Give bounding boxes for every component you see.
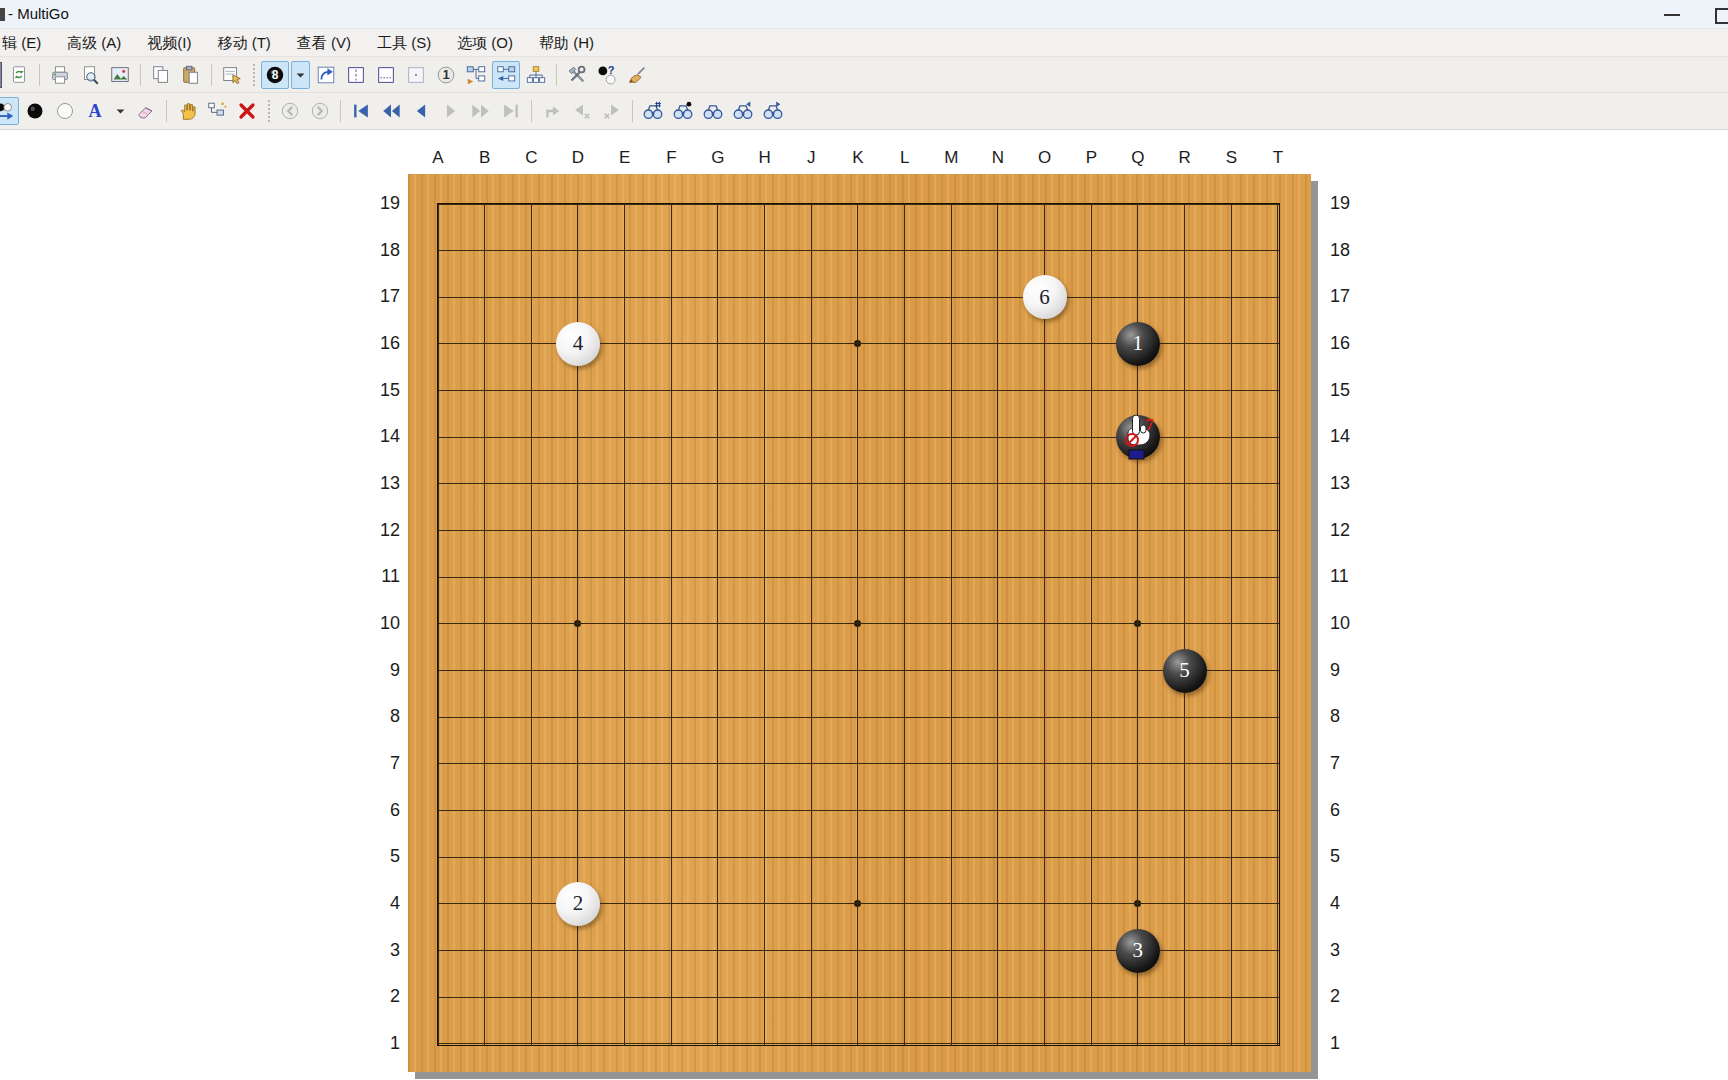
find-move-number-button[interactable]	[639, 97, 667, 125]
column-label-Q: Q	[1123, 148, 1153, 168]
grid-hline	[438, 810, 1279, 811]
label-a-button[interactable]: A	[81, 97, 109, 125]
row-label-right-6: 6	[1330, 800, 1378, 821]
nav-last-icon	[500, 100, 522, 122]
find-number-icon	[642, 100, 664, 122]
previous-variation-button[interactable]	[568, 97, 596, 125]
edit-mode-button[interactable]	[623, 61, 651, 89]
find-next-icon	[762, 100, 784, 122]
window-title: - MultiGo	[8, 5, 69, 22]
branch-up-icon	[541, 100, 563, 122]
grid-hline	[438, 857, 1279, 858]
column-label-K: K	[843, 148, 873, 168]
column-label-N: N	[983, 148, 1013, 168]
row-label-left-19: 19	[352, 193, 400, 214]
row-label-right-4: 4	[1330, 893, 1378, 914]
row-label-left-18: 18	[352, 240, 400, 261]
menu-item-4[interactable]: 查看 (V)	[284, 29, 364, 56]
find-prev-icon	[732, 100, 754, 122]
refresh-document-button[interactable]	[5, 61, 33, 89]
column-label-F: F	[656, 148, 686, 168]
row-label-right-1: 1	[1330, 1033, 1378, 1054]
column-label-T: T	[1263, 148, 1293, 168]
stone-black-5-R9: 5	[1163, 649, 1207, 693]
grid-hline	[438, 670, 1279, 671]
play-mode-icon	[0, 100, 16, 122]
column-label-B: B	[470, 148, 500, 168]
grid-hline	[438, 1043, 1279, 1044]
caret-icon	[292, 64, 309, 86]
stone-black-1-Q16: 1	[1116, 322, 1160, 366]
parent-variation-button[interactable]	[538, 97, 566, 125]
toolbar-separator	[166, 100, 167, 122]
row-label-right-3: 3	[1330, 940, 1378, 961]
row-label-right-14: 14	[1330, 426, 1378, 447]
copy-button[interactable]	[147, 61, 175, 89]
show-markers-button[interactable]	[402, 61, 430, 89]
nav-first-icon	[350, 100, 372, 122]
stone-black-7-Q14: 7	[1116, 415, 1160, 459]
row-label-left-1: 1	[352, 1033, 400, 1054]
tools-icon	[566, 64, 588, 86]
black-stone-icon	[24, 100, 46, 122]
grid-vline	[1044, 204, 1045, 1045]
next-move-button[interactable]	[437, 97, 465, 125]
print-icon	[49, 64, 71, 86]
place-white-stone-button[interactable]	[51, 97, 79, 125]
stone-white-2-D4: 2	[556, 882, 600, 926]
toolbar-separator	[632, 100, 633, 122]
row-label-right-17: 17	[1330, 286, 1378, 307]
circle-back-icon	[279, 100, 301, 122]
restore-button[interactable]	[1715, 8, 1728, 24]
game-info-button[interactable]	[218, 61, 246, 89]
tree-a-icon	[465, 64, 487, 86]
grid-vline	[1184, 204, 1185, 1045]
stone-question-icon	[596, 64, 618, 86]
hand-cursor-icon	[1119, 413, 1153, 461]
column-label-E: E	[610, 148, 640, 168]
last-move-button[interactable]	[497, 97, 525, 125]
row-label-right-19: 19	[1330, 193, 1378, 214]
guess-next-move-button[interactable]	[593, 61, 621, 89]
tools-button[interactable]	[563, 61, 591, 89]
binoculars-icon	[702, 100, 724, 122]
find-position-button[interactable]	[669, 97, 697, 125]
row-label-right-8: 8	[1330, 706, 1378, 727]
print-preview-button[interactable]	[76, 61, 104, 89]
column-label-O: O	[1030, 148, 1060, 168]
button-label: A	[82, 98, 108, 124]
column-label-G: G	[703, 148, 733, 168]
stone8-icon	[264, 64, 286, 86]
menu-bar: 辑 (E)高级 (A)视频(I)移动 (T)查看 (V)工具 (S)选项 (O)…	[0, 29, 1728, 56]
brush-icon	[626, 64, 648, 86]
alternate-move-mode-button[interactable]	[0, 97, 19, 125]
stone-white-6-O17: 6	[1023, 275, 1067, 319]
circle-fwd-icon	[309, 100, 331, 122]
box-plain-icon	[405, 64, 427, 86]
branch-prev-icon	[571, 100, 593, 122]
grid-hline	[438, 997, 1279, 998]
row-label-right-16: 16	[1330, 333, 1378, 354]
row-label-right-18: 18	[1330, 240, 1378, 261]
row-label-left-5: 5	[352, 846, 400, 867]
stone-black-3-Q3: 3	[1116, 929, 1160, 973]
toolbar-separator	[531, 100, 532, 122]
next-variation-button[interactable]	[598, 97, 626, 125]
grid-vline	[1091, 204, 1092, 1045]
nav-rew-icon	[380, 100, 402, 122]
row-label-right-7: 7	[1330, 753, 1378, 774]
column-label-H: H	[750, 148, 780, 168]
menu-item-1[interactable]: 高级 (A)	[54, 29, 134, 56]
toolbar-separator	[211, 64, 212, 86]
row-label-left-10: 10	[352, 613, 400, 634]
move-number: 5	[1179, 660, 1190, 681]
move-number: 3	[1133, 940, 1144, 961]
row-label-right-5: 5	[1330, 846, 1378, 867]
eraser-button[interactable]	[132, 97, 160, 125]
tree-b-icon	[495, 64, 517, 86]
row-label-right-2: 2	[1330, 986, 1378, 1007]
row-label-left-17: 17	[352, 286, 400, 307]
clipped-title-glyph	[0, 8, 5, 21]
column-label-L: L	[890, 148, 920, 168]
clipped-left-icon	[0, 62, 2, 88]
place-black-stone-button[interactable]	[21, 97, 49, 125]
grid-vline	[997, 204, 998, 1045]
tree-layout-button[interactable]	[522, 61, 550, 89]
number-from-one-button[interactable]: 1	[432, 61, 460, 89]
show-next-move-button[interactable]	[372, 61, 400, 89]
board-panel: 1234567 ABCDEFGHJKLMNOPQRST1919181817171…	[0, 130, 1728, 1080]
paste-icon	[180, 64, 202, 86]
row-label-left-13: 13	[352, 473, 400, 494]
find-previous-button[interactable]	[729, 97, 757, 125]
column-label-P: P	[1076, 148, 1106, 168]
minimize-button[interactable]	[1664, 14, 1680, 16]
nav-prev-icon	[410, 100, 432, 122]
grid-hline	[438, 717, 1279, 718]
row-label-right-10: 10	[1330, 613, 1378, 634]
pan-hand-button[interactable]	[173, 97, 201, 125]
grid-vline	[1231, 204, 1232, 1045]
toolbar-separator	[39, 64, 40, 86]
find-button[interactable]	[699, 97, 727, 125]
one-circle-icon	[435, 64, 457, 86]
tree-insert-node-button[interactable]	[462, 61, 490, 89]
menu-item-2[interactable]: 视频(I)	[134, 29, 204, 56]
forward-10-moves-button[interactable]	[467, 97, 495, 125]
row-label-left-12: 12	[352, 520, 400, 541]
print-button[interactable]	[46, 61, 74, 89]
find-stone-icon	[672, 100, 694, 122]
row-label-left-2: 2	[352, 986, 400, 1007]
first-move-button[interactable]	[347, 97, 375, 125]
row-label-left-6: 6	[352, 800, 400, 821]
row-label-right-12: 12	[1330, 520, 1378, 541]
export-image-button[interactable]	[106, 61, 134, 89]
back-10-moves-button[interactable]	[377, 97, 405, 125]
menu-item-6[interactable]: 选项 (O)	[444, 29, 526, 56]
jump-icon	[315, 64, 337, 86]
label-dropdown[interactable]	[111, 97, 130, 125]
show-variations-button[interactable]	[342, 61, 370, 89]
edit-navigation-toolbar: A	[0, 93, 1728, 130]
row-label-right-11: 11	[1330, 566, 1378, 587]
column-label-D: D	[563, 148, 593, 168]
hand-icon	[176, 100, 198, 122]
nav-next-icon	[440, 100, 462, 122]
delete-node-button[interactable]	[233, 97, 261, 125]
box-dot-icon	[375, 64, 397, 86]
row-label-right-15: 15	[1330, 380, 1378, 401]
grid-hline	[438, 763, 1279, 764]
branch-next-icon	[601, 100, 623, 122]
box-dash-icon	[345, 64, 367, 86]
column-label-C: C	[516, 148, 546, 168]
toolbar-separator	[556, 64, 557, 86]
caret-icon	[112, 100, 129, 122]
row-label-left-11: 11	[352, 566, 400, 587]
undo-button[interactable]	[276, 97, 304, 125]
row-label-left-9: 9	[352, 660, 400, 681]
properties-icon	[221, 64, 243, 86]
toolbar-separator	[140, 64, 141, 86]
tree-compact-button[interactable]	[492, 61, 520, 89]
menu-item-5[interactable]: 工具 (S)	[364, 29, 444, 56]
row-label-left-7: 7	[352, 753, 400, 774]
column-label-J: J	[796, 148, 826, 168]
find-next-button[interactable]	[759, 97, 787, 125]
move-number: 2	[573, 893, 584, 914]
toolbar-grip	[250, 64, 257, 86]
copy-icon	[150, 64, 172, 86]
move-number-dropdown[interactable]	[291, 61, 310, 89]
toolbar-separator	[340, 100, 341, 122]
grid-hline	[438, 623, 1279, 624]
toolbar-grip	[265, 100, 272, 122]
print-preview-icon	[79, 64, 101, 86]
row-label-left-15: 15	[352, 380, 400, 401]
row-label-right-13: 13	[1330, 473, 1378, 494]
paste-button[interactable]	[177, 61, 205, 89]
row-label-left-3: 3	[352, 940, 400, 961]
grid-vline	[904, 204, 905, 1045]
eraser-icon	[135, 100, 157, 122]
row-label-left-16: 16	[352, 333, 400, 354]
previous-move-button[interactable]	[407, 97, 435, 125]
menu-item-7[interactable]: 帮助 (H)	[526, 29, 607, 56]
white-stone-icon	[54, 100, 76, 122]
node-new-icon	[206, 100, 228, 122]
move-number: 6	[1039, 287, 1050, 308]
menu-item-0[interactable]: 辑 (E)	[0, 29, 54, 56]
doc-refresh-icon	[8, 64, 30, 86]
go-board[interactable]: 1234567	[408, 174, 1311, 1072]
move-number: 4	[573, 333, 584, 354]
stone-white-4-D16: 4	[556, 322, 600, 366]
title-bar: - MultiGo	[0, 0, 1728, 29]
row-label-right-9: 9	[1330, 660, 1378, 681]
row-label-left-14: 14	[352, 426, 400, 447]
image-icon	[109, 64, 131, 86]
grid-vline	[1277, 204, 1278, 1045]
row-label-left-8: 8	[352, 706, 400, 727]
row-label-left-4: 4	[352, 893, 400, 914]
column-label-R: R	[1170, 148, 1200, 168]
grid-vline	[951, 204, 952, 1045]
column-label-M: M	[936, 148, 966, 168]
tree-c-icon	[525, 64, 547, 86]
menu-item-3[interactable]: 移动 (T)	[205, 29, 284, 56]
nav-ffwd-icon	[470, 100, 492, 122]
column-label-A: A	[423, 148, 453, 168]
column-label-S: S	[1216, 148, 1246, 168]
main-toolbar: 81	[0, 56, 1728, 93]
redo-button[interactable]	[306, 97, 334, 125]
new-variation-button[interactable]	[203, 97, 231, 125]
move-number: 1	[1133, 333, 1144, 354]
move-number-display-button[interactable]: 8	[261, 61, 289, 89]
jump-to-move-button[interactable]	[312, 61, 340, 89]
red-x-icon	[236, 100, 258, 122]
